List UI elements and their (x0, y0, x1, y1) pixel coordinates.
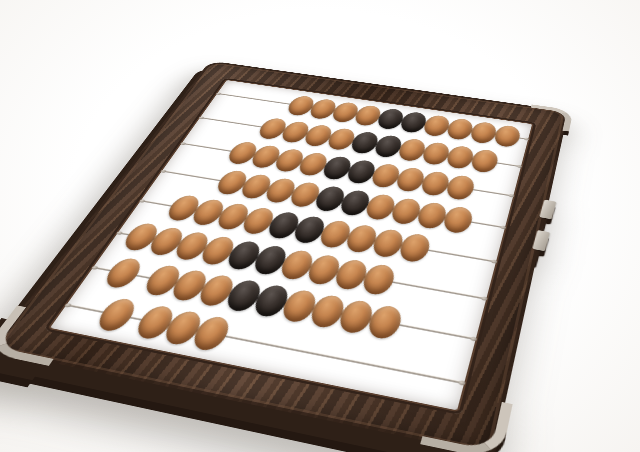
board-well (43, 78, 536, 415)
bead-wood[interactable] (468, 121, 498, 145)
bead-wood[interactable] (469, 148, 500, 174)
abacus-frame (0, 61, 568, 452)
bead-wood[interactable] (93, 297, 141, 334)
bead-wood[interactable] (492, 124, 522, 148)
bead-wood[interactable] (444, 174, 477, 201)
metal-side-plate (532, 230, 550, 251)
bead-wood[interactable] (444, 145, 476, 170)
abacus (0, 61, 568, 452)
bead-wood[interactable] (101, 256, 146, 289)
bead-wood[interactable] (441, 205, 475, 235)
abacus-board (57, 82, 528, 405)
scene-background (0, 0, 640, 452)
bead-wood[interactable] (445, 117, 476, 141)
metal-side-plate (539, 200, 556, 220)
